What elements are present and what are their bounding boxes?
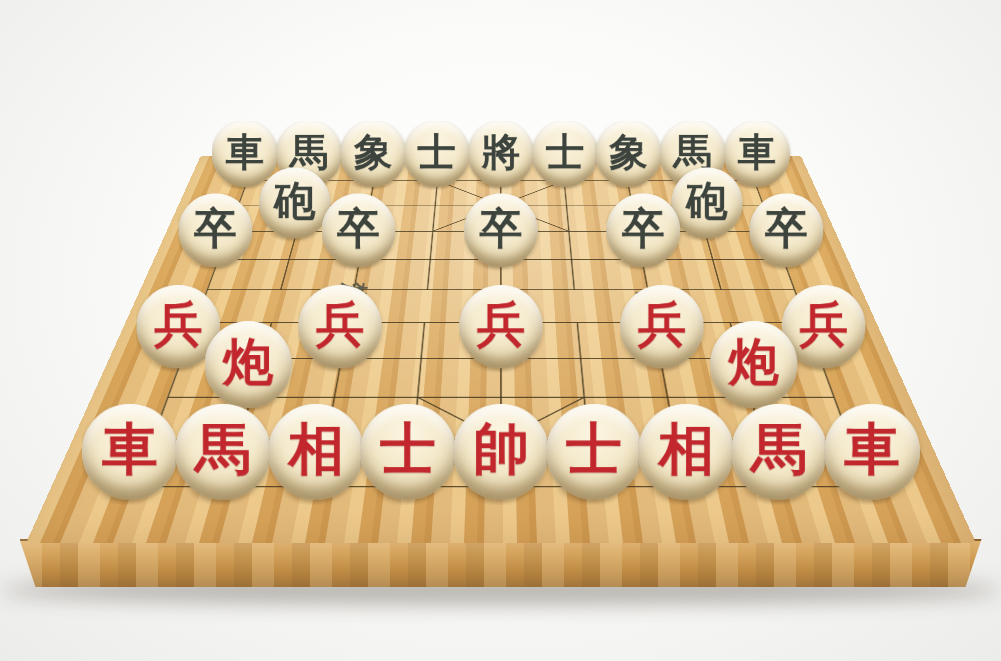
board-point bbox=[249, 245, 328, 274]
board-point: 卒 bbox=[321, 245, 397, 274]
board-grid: 車馬象士將士象馬車砲砲卒卒卒卒卒兵兵兵兵兵炮炮車馬相士帥士相馬車 bbox=[26, 156, 976, 543]
board-point: 士 bbox=[545, 463, 641, 512]
piece-red-cannon[interactable]: 炮 bbox=[710, 321, 797, 408]
board-point: 兵 bbox=[297, 340, 384, 377]
piece-glyph: 兵 bbox=[476, 300, 524, 348]
board-point bbox=[538, 306, 618, 340]
piece-red-soldier[interactable]: 兵 bbox=[620, 285, 703, 368]
piece-glyph: 卒 bbox=[336, 207, 379, 250]
board-point: 帥 bbox=[454, 463, 548, 512]
piece-glyph: 兵 bbox=[799, 300, 847, 348]
piece-glyph: 砲 bbox=[686, 180, 727, 221]
piece-glyph: 車 bbox=[102, 421, 158, 477]
board-point bbox=[378, 340, 461, 377]
board-point: 相 bbox=[266, 463, 367, 512]
piece-glyph: 士 bbox=[417, 133, 455, 171]
piece-black-elephant[interactable]: 象 bbox=[340, 121, 406, 187]
board-point: 象 bbox=[339, 169, 407, 193]
piece-glyph: 馬 bbox=[195, 421, 251, 477]
piece-glyph: 士 bbox=[545, 133, 583, 171]
board-point: 車 bbox=[78, 463, 188, 512]
piece-red-cannon[interactable]: 炮 bbox=[204, 321, 291, 408]
board-point bbox=[534, 218, 605, 245]
board-point: 卒 bbox=[177, 245, 258, 274]
piece-glyph: 炮 bbox=[728, 337, 779, 388]
board-point bbox=[383, 306, 463, 340]
board-point bbox=[393, 245, 466, 274]
piece-glyph: 卒 bbox=[622, 207, 665, 250]
board-point bbox=[388, 274, 464, 306]
piece-red-horse[interactable]: 馬 bbox=[731, 404, 827, 500]
board-point: 卒 bbox=[604, 245, 680, 274]
board-point bbox=[540, 340, 623, 377]
piece-glyph: 車 bbox=[226, 133, 264, 171]
board-point bbox=[533, 193, 601, 218]
piece-red-soldier[interactable]: 兵 bbox=[298, 285, 381, 368]
piece-red-elephant[interactable]: 相 bbox=[638, 404, 734, 500]
board-point: 卒 bbox=[465, 245, 537, 274]
piece-glyph: 相 bbox=[658, 421, 714, 477]
piece-glyph: 卒 bbox=[764, 207, 807, 250]
piece-black-general[interactable]: 將 bbox=[467, 121, 533, 187]
piece-glyph: 士 bbox=[565, 421, 621, 477]
board-surface: 楚河漢界 車馬象士將士象馬車砲砲卒卒卒卒卒兵兵兵兵兵炮炮車馬相士帥士相馬車 bbox=[26, 156, 976, 543]
board-point bbox=[397, 218, 468, 245]
piece-black-soldier[interactable]: 卒 bbox=[606, 193, 680, 267]
board-point: 馬 bbox=[172, 463, 277, 512]
piece-glyph: 兵 bbox=[154, 300, 202, 348]
board-point bbox=[536, 274, 612, 306]
piece-glyph: 卒 bbox=[194, 207, 237, 250]
board-point: 士 bbox=[404, 169, 470, 193]
board-scene: 楚河漢界 車馬象士將士象馬車砲砲卒卒卒卒卒兵兵兵兵兵炮炮車馬相士帥士相馬車 bbox=[0, 0, 1001, 661]
board-point bbox=[535, 245, 608, 274]
board-side-edge bbox=[20, 539, 982, 587]
piece-glyph: 車 bbox=[737, 133, 775, 171]
piece-red-advisor[interactable]: 士 bbox=[360, 404, 456, 500]
piece-glyph: 馬 bbox=[289, 133, 327, 171]
piece-black-soldier[interactable]: 卒 bbox=[749, 193, 823, 267]
board-point: 馬 bbox=[724, 463, 829, 512]
piece-glyph: 兵 bbox=[638, 300, 686, 348]
piece-glyph: 象 bbox=[353, 133, 391, 171]
piece-glyph: 士 bbox=[380, 421, 436, 477]
board-point bbox=[674, 245, 753, 274]
piece-black-chariot[interactable]: 車 bbox=[723, 121, 789, 187]
piece-black-advisor[interactable]: 士 bbox=[403, 121, 469, 187]
board-point: 兵 bbox=[618, 340, 705, 377]
piece-black-cannon[interactable]: 砲 bbox=[671, 167, 742, 238]
piece-red-soldier[interactable]: 兵 bbox=[459, 285, 542, 368]
piece-black-soldier[interactable]: 卒 bbox=[464, 193, 538, 267]
piece-glyph: 帥 bbox=[473, 421, 529, 477]
piece-glyph: 相 bbox=[287, 421, 343, 477]
piece-red-elephant[interactable]: 相 bbox=[267, 404, 363, 500]
piece-glyph: 車 bbox=[843, 421, 899, 477]
board-point bbox=[400, 193, 468, 218]
xiangqi-board: 楚河漢界 車馬象士將士象馬車砲砲卒卒卒卒卒兵兵兵兵兵炮炮車馬相士帥士相馬車 bbox=[26, 156, 976, 543]
piece-black-soldier[interactable]: 卒 bbox=[321, 193, 395, 267]
piece-black-soldier[interactable]: 卒 bbox=[178, 193, 252, 267]
piece-black-cannon[interactable]: 砲 bbox=[259, 167, 330, 238]
piece-black-advisor[interactable]: 士 bbox=[531, 121, 597, 187]
piece-red-chariot[interactable]: 車 bbox=[82, 404, 178, 500]
piece-glyph: 將 bbox=[481, 133, 519, 171]
piece-red-general[interactable]: 帥 bbox=[453, 404, 549, 500]
piece-glyph: 炮 bbox=[222, 337, 273, 388]
board-point: 象 bbox=[594, 169, 662, 193]
piece-red-chariot[interactable]: 車 bbox=[823, 404, 919, 500]
piece-glyph: 馬 bbox=[751, 421, 807, 477]
piece-black-chariot[interactable]: 車 bbox=[212, 121, 278, 187]
piece-red-advisor[interactable]: 士 bbox=[545, 404, 641, 500]
photo-background: 楚河漢界 車馬象士將士象馬車砲砲卒卒卒卒卒兵兵兵兵兵炮炮車馬相士帥士相馬車 bbox=[0, 0, 1001, 661]
piece-glyph: 馬 bbox=[673, 133, 711, 171]
board-point: 卒 bbox=[743, 245, 824, 274]
piece-black-elephant[interactable]: 象 bbox=[595, 121, 661, 187]
board-point: 兵 bbox=[460, 340, 541, 377]
board-point: 士 bbox=[532, 169, 598, 193]
board-point: 車 bbox=[813, 463, 923, 512]
piece-glyph: 兵 bbox=[315, 300, 363, 348]
piece-glyph: 象 bbox=[609, 133, 647, 171]
piece-glyph: 卒 bbox=[479, 207, 522, 250]
board-point: 將 bbox=[468, 169, 532, 193]
board-point: 相 bbox=[634, 463, 735, 512]
board-point: 士 bbox=[360, 463, 456, 512]
piece-red-horse[interactable]: 馬 bbox=[174, 404, 270, 500]
piece-glyph: 砲 bbox=[274, 180, 315, 221]
